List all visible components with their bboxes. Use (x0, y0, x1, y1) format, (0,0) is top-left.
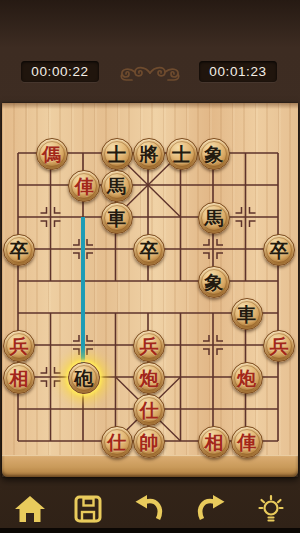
piece-glyph: 車 (107, 209, 126, 228)
piece-glyph: 相 (10, 369, 29, 388)
piece-glyph: 兵 (270, 337, 289, 356)
piece-glyph: 士 (107, 145, 126, 164)
lightbulb-icon (255, 493, 287, 525)
piece-glyph: 炮 (140, 369, 159, 388)
piece-glyph: 帥 (140, 433, 159, 452)
piece-red-cannon[interactable]: 炮 (133, 362, 165, 394)
home-icon (14, 493, 46, 525)
piece-black-horse[interactable]: 馬 (101, 170, 133, 202)
piece-glyph: 卒 (10, 241, 29, 260)
piece-glyph: 砲 (75, 369, 94, 388)
piece-red-chariot[interactable]: 俥 (68, 170, 100, 202)
piece-glyph: 兵 (140, 337, 159, 356)
piece-red-advisor[interactable]: 仕 (133, 394, 165, 426)
piece-glyph: 炮 (237, 369, 256, 388)
piece-black-soldier[interactable]: 卒 (3, 234, 35, 266)
piece-glyph: 俥 (237, 433, 256, 452)
pieces-layer: 傌士將士象俥馬車馬卒卒卒象車兵兵兵相砲炮炮仕仕帥相俥 (0, 0, 300, 533)
piece-black-advisor[interactable]: 士 (101, 138, 133, 170)
piece-glyph: 兵 (10, 337, 29, 356)
piece-glyph: 仕 (140, 401, 159, 420)
save-button[interactable] (71, 492, 105, 526)
piece-red-advisor[interactable]: 仕 (101, 426, 133, 458)
piece-glyph: 士 (172, 145, 191, 164)
piece-glyph: 卒 (140, 241, 159, 260)
piece-glyph: 車 (237, 305, 256, 324)
piece-glyph: 象 (205, 145, 224, 164)
piece-black-advisor[interactable]: 士 (166, 138, 198, 170)
piece-red-chariot[interactable]: 俥 (231, 426, 263, 458)
piece-glyph: 將 (140, 145, 159, 164)
piece-red-soldier[interactable]: 兵 (3, 330, 35, 362)
piece-black-chariot[interactable]: 車 (231, 298, 263, 330)
piece-red-horse[interactable]: 傌 (36, 138, 68, 170)
piece-red-elephant[interactable]: 相 (198, 426, 230, 458)
piece-red-cannon[interactable]: 炮 (231, 362, 263, 394)
piece-red-soldier[interactable]: 兵 (263, 330, 295, 362)
piece-black-soldier[interactable]: 卒 (133, 234, 165, 266)
piece-red-elephant[interactable]: 相 (3, 362, 35, 394)
undo-button[interactable] (132, 492, 166, 526)
save-icon (72, 493, 104, 525)
bottom-edge (0, 528, 300, 533)
home-button[interactable] (13, 492, 47, 526)
app-background: 00:00:22 00:01:23 傌士將士象俥馬車馬卒卒卒象車兵兵兵相砲炮炮仕… (0, 0, 300, 533)
piece-black-chariot[interactable]: 車 (101, 202, 133, 234)
redo-icon (195, 493, 227, 525)
piece-glyph: 卒 (270, 241, 289, 260)
piece-black-soldier[interactable]: 卒 (263, 234, 295, 266)
undo-icon (133, 493, 165, 525)
piece-glyph: 馬 (205, 209, 224, 228)
redo-button[interactable] (194, 492, 228, 526)
piece-black-horse[interactable]: 馬 (198, 202, 230, 234)
hint-button[interactable] (254, 492, 288, 526)
piece-black-elephant[interactable]: 象 (198, 266, 230, 298)
piece-red-general[interactable]: 帥 (133, 426, 165, 458)
piece-black-cannon[interactable]: 砲 (68, 362, 100, 394)
piece-black-elephant[interactable]: 象 (198, 138, 230, 170)
piece-black-general[interactable]: 將 (133, 138, 165, 170)
piece-glyph: 相 (205, 433, 224, 452)
piece-glyph: 象 (205, 273, 224, 292)
piece-glyph: 傌 (42, 145, 61, 164)
piece-glyph: 馬 (107, 177, 126, 196)
piece-red-soldier[interactable]: 兵 (133, 330, 165, 362)
piece-glyph: 仕 (107, 433, 126, 452)
piece-glyph: 俥 (75, 177, 94, 196)
